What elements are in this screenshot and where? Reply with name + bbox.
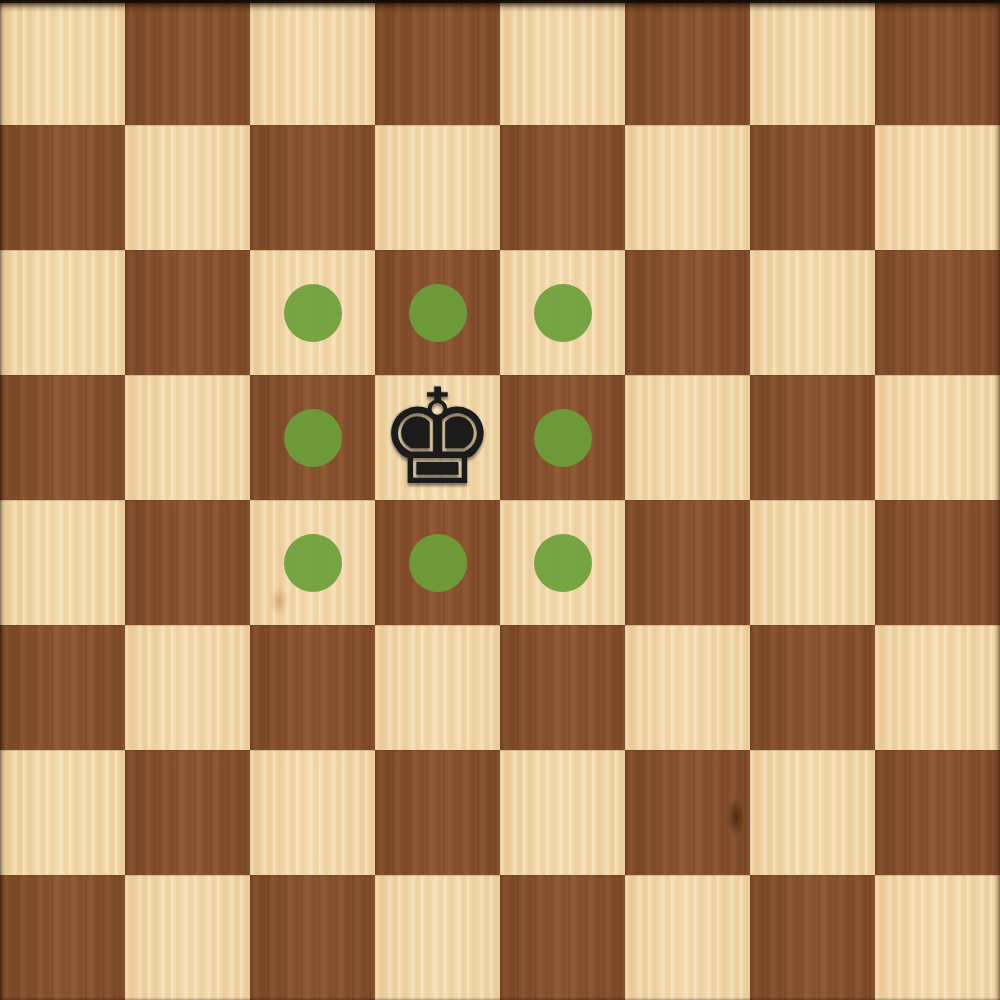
legal-move-dot-e4[interactable]: [534, 534, 592, 592]
square-e6[interactable]: [500, 250, 625, 375]
square-c3[interactable]: [250, 625, 375, 750]
square-e3[interactable]: [500, 625, 625, 750]
square-b5[interactable]: [125, 375, 250, 500]
square-c8[interactable]: [250, 0, 375, 125]
square-c7[interactable]: [250, 125, 375, 250]
square-h8[interactable]: [875, 0, 1000, 125]
square-a5[interactable]: [0, 375, 125, 500]
square-g6[interactable]: [750, 250, 875, 375]
square-f4[interactable]: [625, 500, 750, 625]
square-h7[interactable]: [875, 125, 1000, 250]
square-d8[interactable]: [375, 0, 500, 125]
square-d3[interactable]: [375, 625, 500, 750]
square-b2[interactable]: [125, 750, 250, 875]
square-h1[interactable]: [875, 875, 1000, 1000]
square-f2[interactable]: [625, 750, 750, 875]
square-h2[interactable]: [875, 750, 1000, 875]
square-g7[interactable]: [750, 125, 875, 250]
square-g2[interactable]: [750, 750, 875, 875]
square-e4[interactable]: [500, 500, 625, 625]
square-f7[interactable]: [625, 125, 750, 250]
square-e5[interactable]: [500, 375, 625, 500]
square-a6[interactable]: [0, 250, 125, 375]
legal-move-dot-c6[interactable]: [284, 284, 342, 342]
legal-move-dot-c5[interactable]: [284, 409, 342, 467]
square-f8[interactable]: [625, 0, 750, 125]
square-c6[interactable]: [250, 250, 375, 375]
square-h6[interactable]: [875, 250, 1000, 375]
square-b4[interactable]: [125, 500, 250, 625]
square-g5[interactable]: [750, 375, 875, 500]
square-g1[interactable]: [750, 875, 875, 1000]
square-e2[interactable]: [500, 750, 625, 875]
square-e7[interactable]: [500, 125, 625, 250]
square-g8[interactable]: [750, 0, 875, 125]
square-g4[interactable]: [750, 500, 875, 625]
square-b8[interactable]: [125, 0, 250, 125]
square-f5[interactable]: [625, 375, 750, 500]
square-g3[interactable]: [750, 625, 875, 750]
square-a7[interactable]: [0, 125, 125, 250]
square-c4[interactable]: [250, 500, 375, 625]
chess-board: ♚: [0, 0, 1000, 1000]
square-h5[interactable]: [875, 375, 1000, 500]
square-b1[interactable]: [125, 875, 250, 1000]
square-d4[interactable]: [375, 500, 500, 625]
square-b3[interactable]: [125, 625, 250, 750]
square-d6[interactable]: [375, 250, 500, 375]
square-f6[interactable]: [625, 250, 750, 375]
legal-move-dot-d4[interactable]: [409, 534, 467, 592]
square-d7[interactable]: [375, 125, 500, 250]
square-c2[interactable]: [250, 750, 375, 875]
square-h3[interactable]: [875, 625, 1000, 750]
square-e8[interactable]: [500, 0, 625, 125]
square-d2[interactable]: [375, 750, 500, 875]
square-h4[interactable]: [875, 500, 1000, 625]
square-a1[interactable]: [0, 875, 125, 1000]
square-b7[interactable]: [125, 125, 250, 250]
square-e1[interactable]: [500, 875, 625, 1000]
square-a3[interactable]: [0, 625, 125, 750]
square-b6[interactable]: [125, 250, 250, 375]
square-a8[interactable]: [0, 0, 125, 125]
square-a4[interactable]: [0, 500, 125, 625]
black-king[interactable]: ♚: [375, 375, 500, 500]
square-f3[interactable]: [625, 625, 750, 750]
legal-move-dot-d6[interactable]: [409, 284, 467, 342]
square-d1[interactable]: [375, 875, 500, 1000]
square-c5[interactable]: [250, 375, 375, 500]
square-c1[interactable]: [250, 875, 375, 1000]
square-f1[interactable]: [625, 875, 750, 1000]
square-a2[interactable]: [0, 750, 125, 875]
legal-move-dot-c4[interactable]: [284, 534, 342, 592]
square-d5[interactable]: ♚: [375, 375, 500, 500]
legal-move-dot-e6[interactable]: [534, 284, 592, 342]
legal-move-dot-e5[interactable]: [534, 409, 592, 467]
